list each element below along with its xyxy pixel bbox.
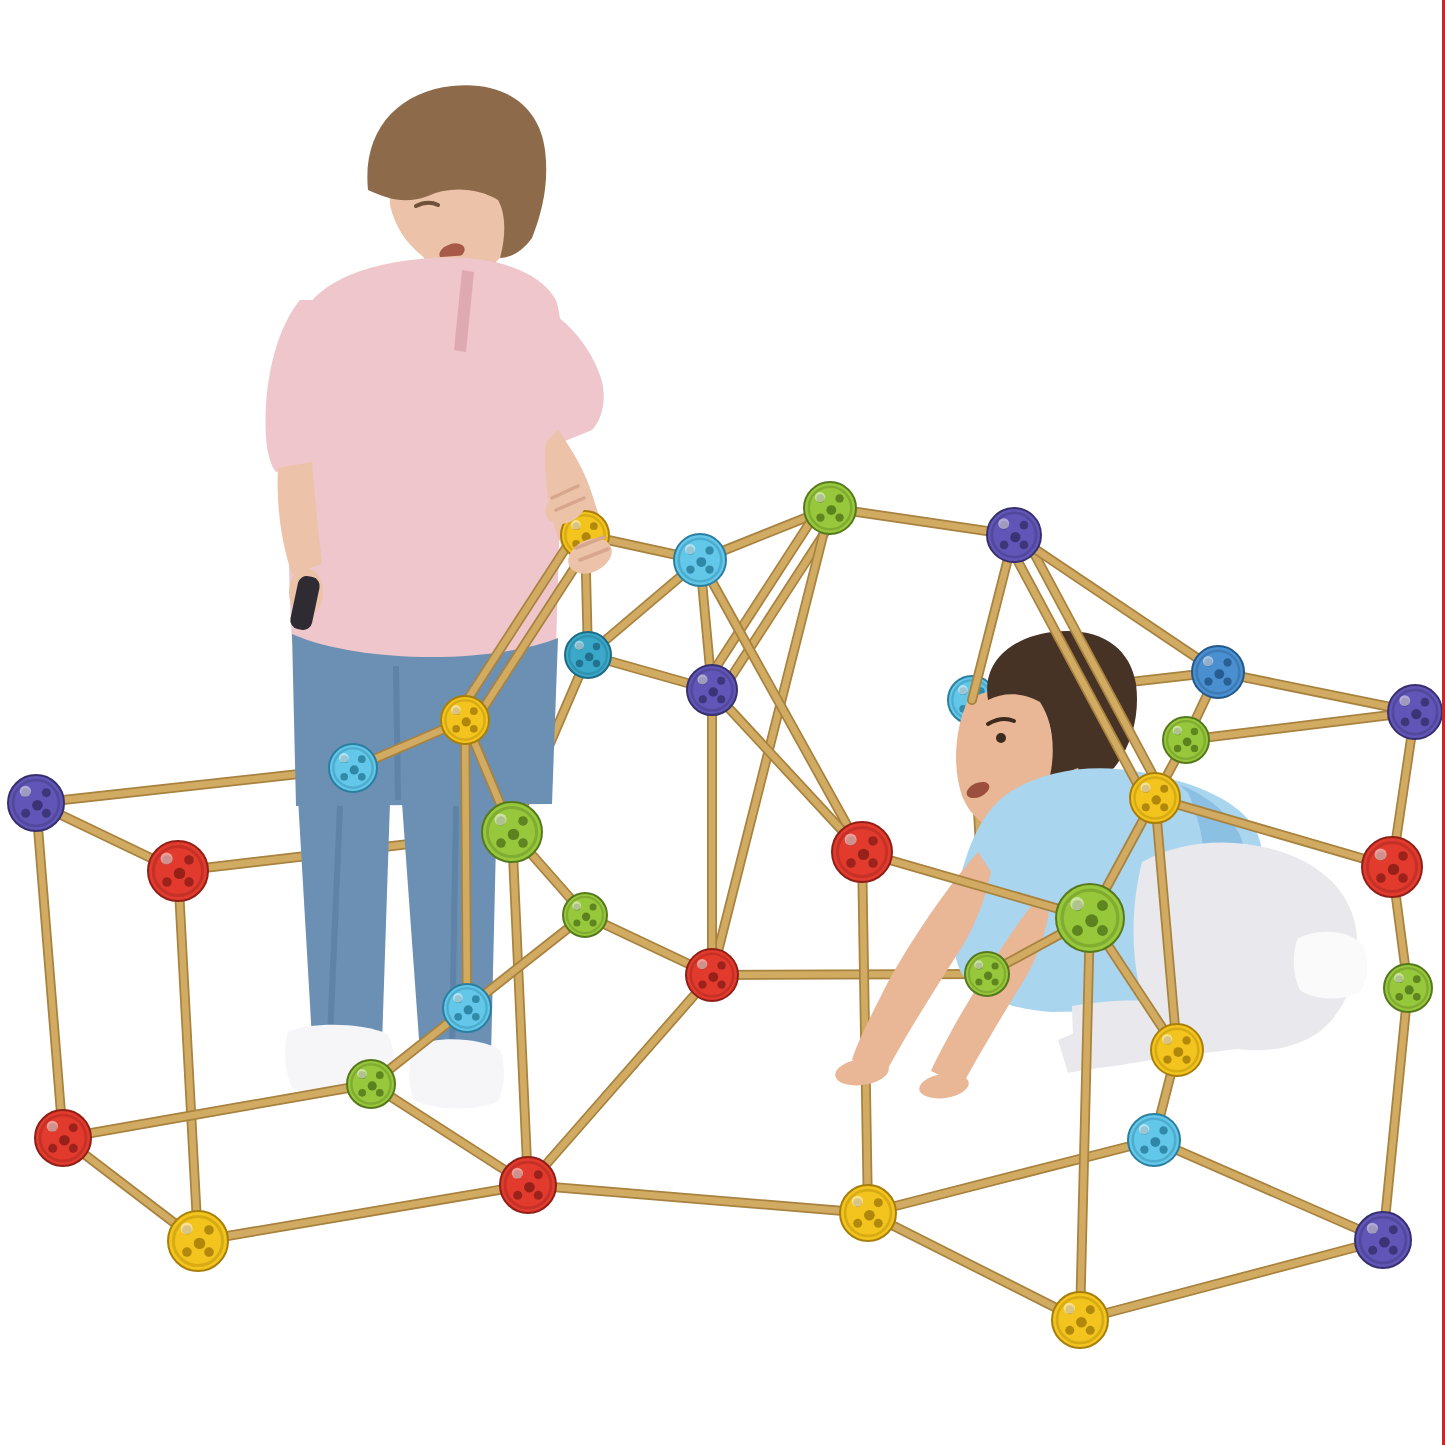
connector-ball-green bbox=[1163, 717, 1209, 763]
connector-ball-red bbox=[35, 1110, 91, 1166]
stick bbox=[198, 1185, 528, 1241]
connector-ball-yellow bbox=[840, 1185, 896, 1241]
connector-ball-cyan bbox=[443, 984, 491, 1032]
stick bbox=[512, 832, 528, 1185]
product-photo-scene bbox=[0, 0, 1445, 1445]
fort-scene bbox=[0, 0, 1445, 1445]
connector-ball-red bbox=[686, 949, 738, 1001]
connector-ball-yellow bbox=[1130, 773, 1180, 823]
connector-ball-green bbox=[1384, 964, 1432, 1012]
stick bbox=[868, 1140, 1154, 1213]
stick bbox=[1154, 1140, 1383, 1240]
connector-ball-yellow bbox=[1151, 1024, 1203, 1076]
connector-ball-cyan bbox=[1128, 1114, 1180, 1166]
stick bbox=[1186, 712, 1415, 740]
connector-ball-purple bbox=[1388, 685, 1442, 739]
connector-ball-purple bbox=[8, 775, 64, 831]
crawling-boy-shoe bbox=[1294, 932, 1368, 999]
connector-ball-green bbox=[563, 893, 607, 937]
connector-ball-yellow bbox=[441, 696, 489, 744]
stick bbox=[63, 1084, 371, 1138]
connector-ball-red bbox=[148, 841, 208, 901]
stick bbox=[868, 1213, 1080, 1320]
connector-ball-yellow bbox=[1052, 1292, 1108, 1348]
connector-ball-purple bbox=[987, 508, 1041, 562]
connector-ball-green bbox=[482, 802, 542, 862]
crawling-boy-eye bbox=[996, 733, 1006, 743]
stick bbox=[1383, 988, 1408, 1240]
connector-ball-red bbox=[832, 822, 892, 882]
stick bbox=[528, 975, 712, 1185]
connector-ball-cyan bbox=[674, 534, 726, 586]
stick bbox=[528, 1185, 868, 1213]
stick bbox=[1080, 1240, 1383, 1320]
connector-ball-teal bbox=[565, 632, 611, 678]
connector-ball-cyan bbox=[329, 744, 377, 792]
connector-ball-green bbox=[965, 952, 1009, 996]
connector-ball-green bbox=[1056, 884, 1124, 952]
connector-ball-blue bbox=[1192, 646, 1244, 698]
stick bbox=[178, 871, 198, 1241]
connector-ball-yellow bbox=[168, 1211, 228, 1271]
connector-ball-green bbox=[804, 482, 856, 534]
connector-ball-purple bbox=[687, 665, 737, 715]
connector-ball-green bbox=[347, 1060, 395, 1108]
connector-ball-red bbox=[500, 1157, 556, 1213]
stick bbox=[465, 720, 467, 1008]
stick bbox=[36, 803, 63, 1138]
standing-boy-left-sleeve bbox=[265, 300, 314, 472]
standing-boy-left-leg bbox=[298, 798, 390, 1044]
standing-boy-right-shoe bbox=[409, 1039, 504, 1108]
connector-ball-red bbox=[1362, 837, 1422, 897]
connector-ball-purple bbox=[1355, 1212, 1411, 1268]
stick bbox=[1218, 672, 1415, 712]
stick bbox=[712, 974, 987, 975]
